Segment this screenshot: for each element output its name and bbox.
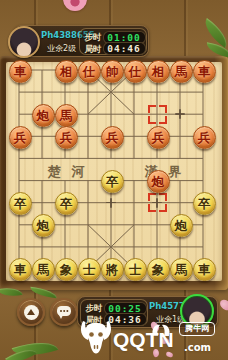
piece-glyph: 象	[60, 259, 73, 280]
piece-glyph: 馬	[37, 259, 50, 280]
piece-glyph: 炮	[37, 215, 50, 236]
piece-glyph: 車	[14, 61, 27, 82]
piece-glyph: 馬	[175, 259, 188, 280]
piece-black-advisor[interactable]: 士	[78, 258, 101, 281]
piece-black-chariot[interactable]: 車	[9, 258, 32, 281]
piece-glyph: 卒	[198, 193, 211, 214]
game-screen: 楚河 漢界 車相仕帥仕相馬車炮馬兵兵兵兵兵炮卒卒卒卒炮炮車馬象士將士象馬車 Ph…	[0, 0, 228, 360]
piece-red-soldier[interactable]: 兵	[9, 126, 32, 149]
piece-black-general[interactable]: 將	[101, 258, 124, 281]
piece-red-cannon[interactable]: 炮	[147, 170, 170, 193]
piece-glyph: 帥	[106, 61, 119, 82]
petal-decoration	[218, 298, 228, 313]
point-marker	[175, 109, 185, 119]
piece-glyph: 馬	[175, 61, 188, 82]
opponent-level: 业余2级	[47, 43, 76, 54]
piece-glyph: 兵	[152, 127, 165, 148]
petal-decoration	[165, 351, 173, 358]
chat-bubble-icon	[57, 306, 71, 316]
piece-glyph: 炮	[152, 171, 165, 192]
piece-glyph: 車	[198, 259, 211, 280]
piece-black-chariot[interactable]: 車	[193, 258, 216, 281]
player-avatar	[180, 294, 214, 328]
piece-glyph: 士	[83, 259, 96, 280]
piece-glyph: 相	[152, 61, 165, 82]
piece-black-soldier[interactable]: 卒	[55, 192, 78, 215]
piece-red-soldier[interactable]: 兵	[193, 126, 216, 149]
piece-red-chariot[interactable]: 車	[193, 60, 216, 83]
river-label-left: 楚河	[34, 163, 98, 181]
piece-black-soldier[interactable]: 卒	[193, 192, 216, 215]
step-time-label: 步时	[85, 32, 102, 44]
flower-decoration	[63, 0, 87, 11]
chat-button[interactable]	[50, 298, 78, 326]
petal-decoration	[152, 348, 160, 358]
petal-decoration	[159, 337, 170, 346]
piece-glyph: 兵	[60, 127, 73, 148]
piece-red-soldier[interactable]: 兵	[55, 126, 78, 149]
piece-red-elephant[interactable]: 相	[55, 60, 78, 83]
piece-glyph: 仕	[83, 61, 96, 82]
piece-black-cannon[interactable]: 炮	[32, 214, 55, 237]
piece-glyph: 相	[60, 61, 73, 82]
piece-black-soldier[interactable]: 卒	[101, 170, 124, 193]
opponent-timer-box: 步时 01:00 局时 04:46	[79, 28, 147, 55]
piece-red-horse[interactable]: 馬	[170, 60, 193, 83]
piece-glyph: 車	[198, 61, 211, 82]
piece-glyph: 兵	[14, 127, 27, 148]
player-timer-box: 步时 00:25 局时 04:36	[80, 299, 148, 326]
piece-glyph: 炮	[37, 105, 50, 126]
piece-glyph: 兵	[106, 127, 119, 148]
opponent-avatar	[8, 26, 40, 58]
arrow-up-icon	[24, 305, 39, 320]
piece-glyph: 象	[152, 259, 165, 280]
point-marker	[106, 198, 116, 208]
step-time-label: 步时	[86, 303, 103, 315]
piece-red-soldier[interactable]: 兵	[101, 126, 124, 149]
piece-glyph: 卒	[106, 171, 119, 192]
piece-glyph: 卒	[60, 193, 73, 214]
piece-black-horse[interactable]: 馬	[32, 258, 55, 281]
last-move-bracket	[148, 105, 167, 124]
piece-red-soldier[interactable]: 兵	[147, 126, 170, 149]
piece-glyph: 卒	[14, 193, 27, 214]
watermark-suffix: .com	[184, 342, 211, 353]
last-move-bracket	[148, 193, 167, 212]
piece-glyph: 馬	[60, 105, 73, 126]
piece-black-advisor[interactable]: 士	[124, 258, 147, 281]
piece-glyph: 炮	[175, 215, 188, 236]
piece-glyph: 將	[106, 259, 119, 280]
piece-red-chariot[interactable]: 車	[9, 60, 32, 83]
piece-red-general[interactable]: 帥	[101, 60, 124, 83]
piece-glyph: 士	[129, 259, 142, 280]
piece-glyph: 車	[14, 259, 27, 280]
total-time-value: 04:46	[103, 42, 146, 55]
piece-glyph: 仕	[129, 61, 142, 82]
piece-black-cannon[interactable]: 炮	[170, 214, 193, 237]
piece-red-advisor[interactable]: 仕	[124, 60, 147, 83]
total-time-label: 局时	[86, 315, 103, 327]
menu-button[interactable]	[17, 298, 45, 326]
piece-black-elephant[interactable]: 象	[55, 258, 78, 281]
piece-red-cannon[interactable]: 炮	[32, 104, 55, 127]
piece-black-elephant[interactable]: 象	[147, 258, 170, 281]
total-time-value: 04:36	[104, 313, 147, 326]
piece-red-advisor[interactable]: 仕	[78, 60, 101, 83]
piece-red-elephant[interactable]: 相	[147, 60, 170, 83]
piece-black-horse[interactable]: 馬	[170, 258, 193, 281]
piece-red-horse[interactable]: 馬	[55, 104, 78, 127]
piece-black-soldier[interactable]: 卒	[9, 192, 32, 215]
total-time-label: 局时	[85, 44, 102, 56]
piece-glyph: 兵	[198, 127, 211, 148]
